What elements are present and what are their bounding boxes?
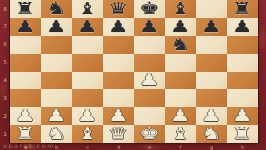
watermark: aparat.com (3, 142, 150, 150)
rank-label-1: 1 (0, 132, 10, 137)
square-a3[interactable] (10, 89, 41, 107)
black-pawn-icon: ♟ (139, 19, 160, 35)
white-rook-icon: ♜ (15, 126, 36, 142)
square-f8[interactable]: ♝ (165, 0, 196, 18)
white-queen-icon: ♛ (108, 126, 129, 142)
square-a6[interactable] (10, 36, 41, 54)
file-label-f: f (165, 144, 196, 150)
black-bishop-icon: ♝ (77, 1, 98, 17)
square-h7[interactable]: ♟ (227, 18, 258, 36)
black-pawn-icon: ♟ (46, 19, 67, 35)
file-label-a: a (10, 144, 41, 150)
square-c6[interactable] (72, 36, 103, 54)
square-b3[interactable] (41, 89, 72, 107)
square-c3[interactable] (72, 89, 103, 107)
white-pawn-icon: ♟ (77, 108, 98, 124)
rank-label-7: 7 (0, 24, 10, 29)
square-e2[interactable] (134, 107, 165, 125)
square-a4[interactable] (10, 72, 41, 90)
white-pawn-icon: ♟ (15, 108, 36, 124)
square-d8[interactable]: ♛ (103, 0, 134, 18)
white-pawn-icon: ♟ (170, 108, 191, 124)
black-pawn-icon: ♟ (77, 19, 98, 35)
white-pawn-icon: ♟ (139, 72, 160, 88)
square-d1[interactable]: ♛ (103, 125, 134, 143)
square-b5[interactable] (41, 54, 72, 72)
square-d2[interactable]: ♟ (103, 107, 134, 125)
square-e7[interactable]: ♟ (134, 18, 165, 36)
white-king-icon: ♚ (139, 126, 160, 142)
white-rook-icon: ♜ (232, 126, 253, 142)
black-pawn-icon: ♟ (108, 19, 129, 35)
square-h3[interactable] (227, 89, 258, 107)
white-knight-icon: ♞ (201, 126, 222, 142)
file-label-d: d (103, 144, 134, 150)
square-e1[interactable]: ♚ (134, 125, 165, 143)
black-bishop-icon: ♝ (170, 1, 191, 17)
square-f2[interactable]: ♟ (165, 107, 196, 125)
rank-label-3: 3 (0, 96, 10, 101)
chess-app-frame: ♜♞♝♛♚♝♜♟♟♟♟♟♟♟♟♞♟♟♟♟♟♟♟♟♜♞♝♛♚♝♞♜ 8765432… (0, 0, 266, 150)
square-d6[interactable] (103, 36, 134, 54)
square-e6[interactable] (134, 36, 165, 54)
square-e4[interactable]: ♟ (134, 72, 165, 90)
file-label-g: g (196, 144, 227, 150)
black-pawn-icon: ♟ (201, 19, 222, 35)
white-knight-icon: ♞ (46, 126, 67, 142)
black-pawn-icon: ♟ (232, 19, 253, 35)
white-pawn-icon: ♟ (108, 108, 129, 124)
square-e8[interactable]: ♚ (134, 0, 165, 18)
black-knight-icon: ♞ (46, 1, 67, 17)
square-e5[interactable] (134, 54, 165, 72)
square-g6[interactable] (196, 36, 227, 54)
square-h2[interactable]: ♟ (227, 107, 258, 125)
square-c8[interactable]: ♝ (72, 0, 103, 18)
square-a2[interactable]: ♟ (10, 107, 41, 125)
rank-label-8: 8 (0, 7, 10, 12)
square-d7[interactable]: ♟ (103, 18, 134, 36)
square-h8[interactable]: ♜ (227, 0, 258, 18)
black-knight-icon: ♞ (170, 36, 191, 52)
square-h1[interactable]: ♜ (227, 125, 258, 143)
rank-label-5: 5 (0, 60, 10, 65)
square-f5[interactable] (165, 54, 196, 72)
square-a5[interactable] (10, 54, 41, 72)
square-b1[interactable]: ♞ (41, 125, 72, 143)
square-b8[interactable]: ♞ (41, 0, 72, 18)
square-g4[interactable] (196, 72, 227, 90)
square-f4[interactable] (165, 72, 196, 90)
square-c7[interactable]: ♟ (72, 18, 103, 36)
square-f7[interactable]: ♟ (165, 18, 196, 36)
square-h4[interactable] (227, 72, 258, 90)
square-b4[interactable] (41, 72, 72, 90)
square-d4[interactable] (103, 72, 134, 90)
square-c2[interactable]: ♟ (72, 107, 103, 125)
square-f1[interactable]: ♝ (165, 125, 196, 143)
square-f3[interactable] (165, 89, 196, 107)
square-h5[interactable] (227, 54, 258, 72)
black-rook-icon: ♜ (232, 1, 253, 17)
square-a8[interactable]: ♜ (10, 0, 41, 18)
black-king-icon: ♚ (139, 1, 160, 17)
black-queen-icon: ♛ (108, 1, 129, 17)
square-g7[interactable]: ♟ (196, 18, 227, 36)
square-b6[interactable] (41, 36, 72, 54)
chess-board: ♜♞♝♛♚♝♜♟♟♟♟♟♟♟♟♞♟♟♟♟♟♟♟♟♜♞♝♛♚♝♞♜ (10, 0, 258, 143)
square-h6[interactable] (227, 36, 258, 54)
white-pawn-icon: ♟ (46, 108, 67, 124)
file-label-c: c (72, 144, 103, 150)
rank-label-6: 6 (0, 42, 10, 47)
white-bishop-icon: ♝ (77, 126, 98, 142)
file-label-h: h (227, 144, 258, 150)
square-g2[interactable]: ♟ (196, 107, 227, 125)
square-b7[interactable]: ♟ (41, 18, 72, 36)
square-d3[interactable] (103, 89, 134, 107)
black-rook-icon: ♜ (15, 1, 36, 17)
white-pawn-icon: ♟ (232, 108, 253, 124)
file-label-e: e (134, 144, 165, 150)
square-g8[interactable] (196, 0, 227, 18)
square-a7[interactable]: ♟ (10, 18, 41, 36)
square-g5[interactable] (196, 54, 227, 72)
square-g1[interactable]: ♞ (196, 125, 227, 143)
square-f6[interactable]: ♞ (165, 36, 196, 54)
square-e3[interactable] (134, 89, 165, 107)
file-label-b: b (41, 144, 72, 150)
square-c4[interactable] (72, 72, 103, 90)
square-d5[interactable] (103, 54, 134, 72)
black-pawn-icon: ♟ (170, 19, 191, 35)
square-c1[interactable]: ♝ (72, 125, 103, 143)
rank-label-2: 2 (0, 114, 10, 119)
square-g3[interactable] (196, 89, 227, 107)
square-a1[interactable]: ♜ (10, 125, 41, 143)
rank-label-4: 4 (0, 78, 10, 83)
square-c5[interactable] (72, 54, 103, 72)
black-pawn-icon: ♟ (15, 19, 36, 35)
square-b2[interactable]: ♟ (41, 107, 72, 125)
white-bishop-icon: ♝ (170, 126, 191, 142)
white-pawn-icon: ♟ (201, 108, 222, 124)
